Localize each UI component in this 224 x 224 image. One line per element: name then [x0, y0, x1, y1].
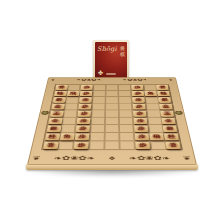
garland-icon: ❧✿❀✿❧: [76, 78, 102, 82]
board-cell: [119, 117, 134, 125]
piece-kanji: 角: [62, 134, 73, 139]
board-cell: [105, 117, 119, 125]
corner-flourish-icon: ❦: [168, 78, 174, 82]
piece-kanji: 歩: [79, 111, 89, 115]
board-cell: [150, 141, 167, 150]
piece-pawn[interactable]: 歩: [132, 91, 144, 96]
board-cell: [104, 133, 119, 141]
garland-icon: ❧✿❀✿❧: [53, 154, 95, 163]
piece-lance[interactable]: 香: [55, 85, 68, 90]
corner-flourish-icon: ❦: [50, 78, 56, 82]
board-cell: [146, 110, 161, 117]
piece-king[interactable]: 玉: [160, 111, 174, 117]
board-cell: [63, 110, 78, 117]
board-cell: [58, 141, 75, 150]
board-cell: [119, 110, 133, 117]
board-cell: [145, 103, 159, 110]
piece-rook[interactable]: 飛: [67, 91, 80, 96]
piece-pawn[interactable]: 歩: [132, 97, 145, 102]
box-title: Shōgi: [97, 45, 117, 53]
piece-kanji: 王: [51, 111, 61, 115]
piece-pawn[interactable]: 歩: [76, 125, 90, 131]
piece-kanji: 玉: [162, 111, 172, 115]
piece-pawn[interactable]: 歩: [80, 91, 92, 96]
piece-lance[interactable]: 香: [43, 142, 58, 149]
piece-gold[interactable]: 金: [162, 118, 176, 124]
piece-pawn[interactable]: 歩: [78, 104, 91, 110]
piece-silver[interactable]: 銀: [163, 125, 178, 131]
piece-kanji: 銀: [165, 126, 176, 131]
piece-kanji: 歩: [81, 98, 90, 102]
piece-pawn[interactable]: 歩: [135, 142, 150, 149]
piece-pawn[interactable]: 歩: [79, 97, 92, 102]
piece-knight[interactable]: 桂: [54, 91, 67, 96]
piece-kanji: 歩: [136, 126, 146, 131]
board-bottom-border-decoration: ❦ ❧✿❀✿❧ ❖ ❧✿❀✿❧ ❦: [28, 154, 195, 163]
board-cell: [119, 103, 133, 110]
box-kanji-label: 将棋: [119, 45, 126, 57]
piece-silver[interactable]: 銀: [158, 97, 171, 102]
piece-kanji: 歩: [135, 119, 145, 124]
piece-kanji: 香: [158, 85, 167, 89]
piece-kanji: 歩: [79, 119, 89, 124]
piece-bishop[interactable]: 角: [144, 91, 157, 96]
board-cell: [147, 117, 162, 125]
piece-kanji: 金: [53, 104, 63, 108]
piece-kanji: 歩: [134, 98, 143, 102]
piece-kanji: 角: [146, 91, 155, 95]
piece-kanji: 桂: [56, 91, 65, 95]
board-cell: [105, 103, 119, 110]
piece-king[interactable]: 王: [50, 111, 64, 117]
board-cell: [62, 117, 77, 125]
board-grid: 香桂銀金王金銀桂香飛角歩歩歩歩歩歩歩歩歩歩歩歩歩歩歩歩歩歩角飛香桂銀金玉金銀桂香: [41, 84, 183, 150]
piece-silver[interactable]: 銀: [52, 97, 65, 102]
brand-logo-text: [106, 73, 116, 75]
piece-pawn[interactable]: 歩: [133, 104, 146, 110]
piece-lance[interactable]: 香: [156, 85, 169, 90]
piece-kanji: 銀: [160, 98, 170, 102]
piece-kanji: 銀: [54, 98, 64, 102]
piece-kanji: 香: [45, 143, 56, 148]
piece-pawn[interactable]: 歩: [81, 85, 93, 90]
piece-kanji: 金: [50, 119, 60, 124]
piece-kanji: 歩: [82, 91, 91, 95]
medallion-right-icon: [175, 111, 184, 115]
piece-kanji: 桂: [47, 134, 58, 139]
corner-flourish-icon: ❦: [182, 154, 192, 163]
piece-kanji: 歩: [77, 134, 88, 139]
piece-pawn[interactable]: 歩: [134, 118, 148, 124]
garland-icon: ❧✿❀✿❧: [122, 78, 148, 82]
piece-kanji: 歩: [78, 126, 88, 131]
piece-kanji: 銀: [48, 126, 59, 131]
piece-kanji: 桂: [166, 134, 177, 139]
piece-kanji: 歩: [137, 134, 148, 139]
board-top-border-decoration: ❦ ❧✿❀✿❧ ❧✿❀✿❧ ❦: [48, 78, 176, 82]
corner-flourish-icon: ❦: [31, 154, 41, 163]
board-cell: [119, 133, 134, 141]
piece-pawn[interactable]: 歩: [78, 111, 91, 117]
piece-kanji: 歩: [135, 111, 145, 115]
center-diamond-icon: ❖: [108, 154, 116, 163]
piece-pawn[interactable]: 歩: [131, 85, 143, 90]
shogi-box: Shōgi 将棋 ✤: [93, 40, 129, 81]
piece-pawn[interactable]: 歩: [133, 111, 146, 117]
piece-rook[interactable]: 飛: [149, 133, 164, 140]
piece-pawn[interactable]: 歩: [75, 133, 89, 140]
board-cell: [60, 125, 76, 133]
piece-kanji: 歩: [133, 91, 142, 95]
piece-kanji: 歩: [82, 85, 91, 89]
piece-knight[interactable]: 桂: [164, 133, 179, 140]
piece-pawn[interactable]: 歩: [74, 142, 89, 149]
board-cell: [90, 125, 105, 133]
board-cell: [91, 103, 105, 110]
shogi-board: ❦ ❧✿❀✿❧ ❧✿❀✿❧ ❦ 香桂銀金王金銀桂香飛角歩歩歩歩歩歩歩歩歩歩歩歩歩…: [27, 77, 197, 165]
piece-knight[interactable]: 桂: [45, 133, 60, 140]
board-cell: [105, 110, 119, 117]
board-cell: [104, 141, 120, 150]
piece-bishop[interactable]: 角: [60, 133, 75, 140]
piece-kanji: 金: [161, 104, 171, 108]
piece-kanji: 歩: [133, 85, 142, 89]
board-cell: [119, 125, 134, 133]
brand-logo-icon: ✤: [98, 70, 103, 76]
piece-kanji: 桂: [159, 91, 168, 95]
piece-silver[interactable]: 銀: [46, 125, 61, 131]
piece-kanji: 飛: [151, 134, 162, 139]
board-cell: [89, 133, 104, 141]
piece-kanji: 歩: [134, 104, 144, 108]
product-photo-scene: Shōgi 将棋 ✤ ❦ ❧✿❀✿❧ ❧✿❀✿❧ ❦ 香桂銀金王金銀桂香飛角歩歩…: [0, 0, 224, 224]
piece-kanji: 歩: [76, 143, 87, 148]
board-cell: [148, 125, 164, 133]
board-cell: [64, 103, 78, 110]
piece-kanji: 香: [168, 143, 179, 148]
box-label: Shōgi 将棋 ✤: [95, 42, 127, 79]
board-cell: [89, 141, 105, 150]
board-cell: [91, 110, 105, 117]
piece-gold[interactable]: 金: [159, 104, 173, 110]
board-cell: [90, 117, 105, 125]
piece-lance[interactable]: 香: [166, 142, 181, 149]
piece-pawn[interactable]: 歩: [135, 133, 149, 140]
piece-knight[interactable]: 桂: [157, 91, 170, 96]
board-cell: [105, 125, 120, 133]
piece-kanji: 香: [57, 85, 66, 89]
piece-kanji: 歩: [80, 104, 90, 108]
piece-kanji: 金: [164, 119, 174, 124]
piece-pawn[interactable]: 歩: [77, 118, 91, 124]
piece-gold[interactable]: 金: [51, 104, 65, 110]
garland-icon: ❧✿❀✿❧: [129, 154, 171, 163]
piece-kanji: 歩: [137, 143, 148, 148]
board-cell: [120, 141, 136, 150]
piece-gold[interactable]: 金: [48, 118, 62, 124]
piece-kanji: 飛: [69, 91, 78, 95]
piece-pawn[interactable]: 歩: [134, 125, 148, 131]
